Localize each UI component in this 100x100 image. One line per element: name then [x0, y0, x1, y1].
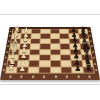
chess-piece-white-p: ♟	[19, 65, 26, 72]
chess-piece-black-r: ♜	[85, 64, 92, 72]
chess-piece-black-p: ♟	[74, 65, 81, 72]
product-photo-chess-set: ♜♞♝♛♚♝♞♜♟♟♟♟♟♟♟♟♟♟♟♟♟♟♟♟♜♞♝♛♚♝♞♜	[0, 0, 100, 100]
chess-piece-white-r: ♜	[7, 64, 14, 72]
pieces-layer: ♜♞♝♛♚♝♞♜♟♟♟♟♟♟♟♟♟♟♟♟♟♟♟♟♜♞♝♛♚♝♞♜	[0, 0, 100, 100]
